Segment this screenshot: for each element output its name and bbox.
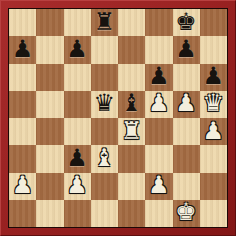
square-d7[interactable] bbox=[91, 36, 118, 63]
square-b4[interactable] bbox=[36, 118, 63, 145]
square-a1[interactable] bbox=[9, 200, 36, 227]
white-pawn-f5[interactable]: ♟ bbox=[148, 91, 170, 115]
square-h1[interactable] bbox=[200, 200, 227, 227]
square-h4[interactable]: ♟ bbox=[200, 118, 227, 145]
square-a8[interactable] bbox=[9, 9, 36, 36]
square-e7[interactable] bbox=[118, 36, 145, 63]
white-pawn-h4[interactable]: ♟ bbox=[203, 119, 225, 143]
square-g5[interactable]: ♟ bbox=[173, 91, 200, 118]
square-b8[interactable] bbox=[36, 9, 63, 36]
square-e2[interactable] bbox=[118, 173, 145, 200]
square-b1[interactable] bbox=[36, 200, 63, 227]
white-queen-h5[interactable]: ♛ bbox=[203, 91, 225, 115]
square-e8[interactable] bbox=[118, 9, 145, 36]
square-b5[interactable] bbox=[36, 91, 63, 118]
square-f5[interactable]: ♟ bbox=[145, 91, 172, 118]
square-c8[interactable] bbox=[64, 9, 91, 36]
square-c1[interactable] bbox=[64, 200, 91, 227]
square-f7[interactable] bbox=[145, 36, 172, 63]
black-pawn-g7[interactable]: ♟ bbox=[175, 37, 197, 61]
black-queen-d5[interactable]: ♛ bbox=[94, 91, 116, 115]
square-d6[interactable] bbox=[91, 64, 118, 91]
square-c4[interactable] bbox=[64, 118, 91, 145]
square-f6[interactable]: ♟ bbox=[145, 64, 172, 91]
white-pawn-f2[interactable]: ♟ bbox=[148, 173, 170, 197]
white-king-g1[interactable]: ♚ bbox=[175, 200, 197, 224]
square-b6[interactable] bbox=[36, 64, 63, 91]
square-h3[interactable] bbox=[200, 145, 227, 172]
square-f4[interactable] bbox=[145, 118, 172, 145]
square-e4[interactable]: ♜ bbox=[118, 118, 145, 145]
chess-board-frame: ♜♚♟♟♟♟♟♛♝♟♟♛♜♟♟♝♟♟♟♚ bbox=[0, 0, 236, 236]
square-c3[interactable]: ♟ bbox=[64, 145, 91, 172]
square-c7[interactable]: ♟ bbox=[64, 36, 91, 63]
square-g2[interactable] bbox=[173, 173, 200, 200]
square-h2[interactable] bbox=[200, 173, 227, 200]
square-e6[interactable] bbox=[118, 64, 145, 91]
square-a4[interactable] bbox=[9, 118, 36, 145]
square-a3[interactable] bbox=[9, 145, 36, 172]
square-e1[interactable] bbox=[118, 200, 145, 227]
square-g6[interactable] bbox=[173, 64, 200, 91]
black-bishop-e5[interactable]: ♝ bbox=[121, 91, 143, 115]
square-h6[interactable]: ♟ bbox=[200, 64, 227, 91]
square-d5[interactable]: ♛ bbox=[91, 91, 118, 118]
square-d2[interactable] bbox=[91, 173, 118, 200]
square-g8[interactable]: ♚ bbox=[173, 9, 200, 36]
square-g3[interactable] bbox=[173, 145, 200, 172]
square-f3[interactable] bbox=[145, 145, 172, 172]
square-a2[interactable]: ♟ bbox=[9, 173, 36, 200]
square-b2[interactable] bbox=[36, 173, 63, 200]
black-pawn-c3[interactable]: ♟ bbox=[66, 146, 88, 170]
square-e5[interactable]: ♝ bbox=[118, 91, 145, 118]
black-pawn-c7[interactable]: ♟ bbox=[66, 37, 88, 61]
white-bishop-d3[interactable]: ♝ bbox=[94, 146, 116, 170]
white-rook-e4[interactable]: ♜ bbox=[121, 119, 143, 143]
square-g1[interactable]: ♚ bbox=[173, 200, 200, 227]
white-pawn-g5[interactable]: ♟ bbox=[175, 91, 197, 115]
black-rook-d8[interactable]: ♜ bbox=[94, 10, 116, 34]
square-d4[interactable] bbox=[91, 118, 118, 145]
square-b3[interactable] bbox=[36, 145, 63, 172]
square-g7[interactable]: ♟ bbox=[173, 36, 200, 63]
square-d1[interactable] bbox=[91, 200, 118, 227]
square-c2[interactable]: ♟ bbox=[64, 173, 91, 200]
square-d3[interactable]: ♝ bbox=[91, 145, 118, 172]
square-c5[interactable] bbox=[64, 91, 91, 118]
black-pawn-a7[interactable]: ♟ bbox=[12, 37, 34, 61]
chess-board: ♜♚♟♟♟♟♟♛♝♟♟♛♜♟♟♝♟♟♟♚ bbox=[8, 8, 228, 228]
square-f8[interactable] bbox=[145, 9, 172, 36]
square-d8[interactable]: ♜ bbox=[91, 9, 118, 36]
square-f2[interactable]: ♟ bbox=[145, 173, 172, 200]
square-f1[interactable] bbox=[145, 200, 172, 227]
square-h7[interactable] bbox=[200, 36, 227, 63]
white-pawn-a2[interactable]: ♟ bbox=[12, 173, 34, 197]
black-pawn-h6[interactable]: ♟ bbox=[203, 64, 225, 88]
square-a6[interactable] bbox=[9, 64, 36, 91]
square-a5[interactable] bbox=[9, 91, 36, 118]
black-king-g8[interactable]: ♚ bbox=[175, 10, 197, 34]
black-pawn-f6[interactable]: ♟ bbox=[148, 64, 170, 88]
square-a7[interactable]: ♟ bbox=[9, 36, 36, 63]
square-c6[interactable] bbox=[64, 64, 91, 91]
square-g4[interactable] bbox=[173, 118, 200, 145]
square-h8[interactable] bbox=[200, 9, 227, 36]
square-b7[interactable] bbox=[36, 36, 63, 63]
white-pawn-c2[interactable]: ♟ bbox=[66, 173, 88, 197]
square-h5[interactable]: ♛ bbox=[200, 91, 227, 118]
square-e3[interactable] bbox=[118, 145, 145, 172]
